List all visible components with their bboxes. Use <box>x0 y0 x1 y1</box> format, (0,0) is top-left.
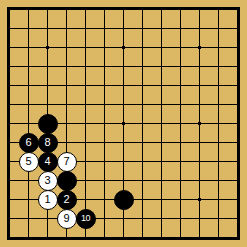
board-intersection: 6 <box>19 133 38 152</box>
board-intersection: 10 <box>76 209 95 228</box>
board-intersection: 9 <box>57 209 76 228</box>
board-intersection <box>38 114 57 133</box>
stone-black-move-2: 2 <box>57 190 77 210</box>
board-intersection: 4 <box>38 152 57 171</box>
board-intersection: 5 <box>19 152 38 171</box>
stone-black-move-6: 6 <box>19 133 39 153</box>
stone-black-move-8: 8 <box>38 133 58 153</box>
go-diagram: 68547312910 <box>0 0 247 247</box>
stone-white-move-5: 5 <box>19 152 39 172</box>
stone-black <box>114 190 134 210</box>
stone-white-move-9: 9 <box>57 209 77 229</box>
board-intersection: 8 <box>38 133 57 152</box>
board-intersection: 3 <box>38 171 57 190</box>
stone-white-move-1: 1 <box>38 190 58 210</box>
board-intersection: 2 <box>57 190 76 209</box>
stone-black-move-4: 4 <box>38 152 58 172</box>
board-intersection <box>57 171 76 190</box>
board-intersection <box>114 190 133 209</box>
board-intersection: 7 <box>57 152 76 171</box>
stone-black <box>57 171 77 191</box>
stone-white-move-7: 7 <box>57 152 77 172</box>
stone-black-move-10: 10 <box>76 209 96 229</box>
stone-white-move-3: 3 <box>38 171 58 191</box>
go-board: 68547312910 <box>0 0 247 247</box>
board-intersection: 1 <box>38 190 57 209</box>
stone-black <box>38 114 58 134</box>
